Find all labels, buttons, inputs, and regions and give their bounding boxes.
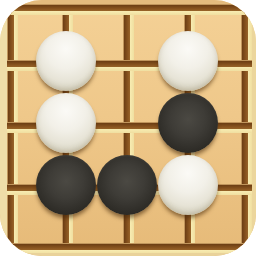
stone-black	[97, 155, 157, 215]
stone-white	[36, 31, 96, 91]
stone-white	[158, 155, 218, 215]
go-app-icon[interactable]	[0, 0, 256, 256]
stone-black	[36, 155, 96, 215]
grid-line-h-0	[0, 4, 256, 15]
board-edge-right	[252, 0, 256, 256]
stone-black	[158, 93, 218, 153]
board-edge-left	[0, 0, 7, 256]
stone-white	[36, 93, 96, 153]
screenshot-background	[0, 0, 256, 256]
go-board	[0, 0, 256, 256]
board-edge-top	[0, 0, 256, 4]
stone-white	[158, 31, 218, 91]
